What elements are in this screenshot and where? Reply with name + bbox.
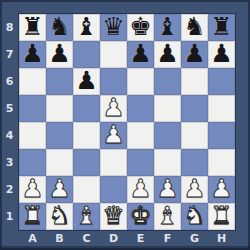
square-e3[interactable] bbox=[127, 149, 154, 176]
piece-black-knight: ♞ bbox=[183, 14, 205, 39]
file-label-g: G bbox=[181, 231, 208, 247]
square-a3[interactable] bbox=[19, 149, 46, 176]
square-h8[interactable]: ♜ bbox=[208, 14, 235, 41]
piece-black-pawn: ♟ bbox=[210, 41, 232, 66]
square-h1[interactable]: ♜ bbox=[208, 203, 235, 230]
square-a1[interactable]: ♜ bbox=[19, 203, 46, 230]
file-label-b: B bbox=[46, 231, 73, 247]
square-f7[interactable]: ♟ bbox=[154, 41, 181, 68]
piece-black-pawn: ♟ bbox=[129, 41, 151, 66]
square-a6[interactable] bbox=[19, 68, 46, 95]
square-e2[interactable]: ♟ bbox=[127, 176, 154, 203]
square-a7[interactable]: ♟ bbox=[19, 41, 46, 68]
square-g6[interactable] bbox=[181, 68, 208, 95]
piece-black-pawn: ♟ bbox=[183, 41, 205, 66]
square-f5[interactable] bbox=[154, 95, 181, 122]
square-c7[interactable] bbox=[73, 41, 100, 68]
piece-black-rook: ♜ bbox=[21, 14, 43, 39]
file-label-e: E bbox=[127, 231, 154, 247]
square-h4[interactable] bbox=[208, 122, 235, 149]
square-d6[interactable] bbox=[100, 68, 127, 95]
square-f4[interactable] bbox=[154, 122, 181, 149]
square-f2[interactable]: ♟ bbox=[154, 176, 181, 203]
square-f3[interactable] bbox=[154, 149, 181, 176]
square-f6[interactable] bbox=[154, 68, 181, 95]
square-g5[interactable] bbox=[181, 95, 208, 122]
square-h5[interactable] bbox=[208, 95, 235, 122]
file-label-d: D bbox=[100, 231, 127, 247]
square-b3[interactable] bbox=[46, 149, 73, 176]
square-d3[interactable] bbox=[100, 149, 127, 176]
square-b4[interactable] bbox=[46, 122, 73, 149]
chess-board: ♜♞♝♛♚♝♞♜♟♟♟♟♟♟♟♟♟♟♟♟♟♟♟♜♞♝♛♚♝♞♜ bbox=[19, 14, 235, 230]
square-a4[interactable] bbox=[19, 122, 46, 149]
square-a2[interactable]: ♟ bbox=[19, 176, 46, 203]
rank-label-8: 8 bbox=[0, 14, 19, 41]
piece-white-pawn: ♟ bbox=[210, 176, 232, 201]
piece-black-pawn: ♟ bbox=[75, 68, 97, 93]
piece-white-knight: ♞ bbox=[183, 203, 205, 228]
square-d7[interactable] bbox=[100, 41, 127, 68]
square-c4[interactable] bbox=[73, 122, 100, 149]
piece-white-rook: ♜ bbox=[21, 203, 43, 228]
square-b1[interactable]: ♞ bbox=[46, 203, 73, 230]
rank-label-3: 3 bbox=[0, 149, 19, 176]
piece-white-king: ♚ bbox=[129, 203, 151, 228]
square-b8[interactable]: ♞ bbox=[46, 14, 73, 41]
piece-white-bishop: ♝ bbox=[75, 203, 97, 228]
square-c8[interactable]: ♝ bbox=[73, 14, 100, 41]
square-d4[interactable]: ♟ bbox=[100, 122, 127, 149]
square-e1[interactable]: ♚ bbox=[127, 203, 154, 230]
piece-black-pawn: ♟ bbox=[156, 41, 178, 66]
square-b5[interactable] bbox=[46, 95, 73, 122]
square-e4[interactable] bbox=[127, 122, 154, 149]
piece-black-rook: ♜ bbox=[210, 14, 232, 39]
square-f1[interactable]: ♝ bbox=[154, 203, 181, 230]
piece-white-pawn: ♟ bbox=[129, 176, 151, 201]
square-c6[interactable]: ♟ bbox=[73, 68, 100, 95]
piece-white-rook: ♜ bbox=[210, 203, 232, 228]
square-h2[interactable]: ♟ bbox=[208, 176, 235, 203]
square-e7[interactable]: ♟ bbox=[127, 41, 154, 68]
square-c5[interactable] bbox=[73, 95, 100, 122]
rank-label-2: 2 bbox=[0, 176, 19, 203]
square-c1[interactable]: ♝ bbox=[73, 203, 100, 230]
square-h3[interactable] bbox=[208, 149, 235, 176]
piece-white-pawn: ♟ bbox=[156, 176, 178, 201]
file-label-f: F bbox=[154, 231, 181, 247]
square-a8[interactable]: ♜ bbox=[19, 14, 46, 41]
piece-white-bishop: ♝ bbox=[156, 203, 178, 228]
square-a5[interactable] bbox=[19, 95, 46, 122]
square-g1[interactable]: ♞ bbox=[181, 203, 208, 230]
rank-label-6: 6 bbox=[0, 68, 19, 95]
square-h6[interactable] bbox=[208, 68, 235, 95]
piece-white-queen: ♛ bbox=[102, 203, 124, 228]
square-d8[interactable]: ♛ bbox=[100, 14, 127, 41]
square-d5[interactable]: ♟ bbox=[100, 95, 127, 122]
square-g8[interactable]: ♞ bbox=[181, 14, 208, 41]
file-label-h: H bbox=[208, 231, 235, 247]
piece-black-bishop: ♝ bbox=[75, 14, 97, 39]
piece-white-pawn: ♟ bbox=[102, 95, 124, 120]
square-c3[interactable] bbox=[73, 149, 100, 176]
rank-label-5: 5 bbox=[0, 95, 19, 122]
piece-black-king: ♚ bbox=[129, 14, 151, 39]
piece-white-pawn: ♟ bbox=[48, 176, 70, 201]
rank-label-4: 4 bbox=[0, 122, 19, 149]
piece-black-bishop: ♝ bbox=[156, 14, 178, 39]
file-label-c: C bbox=[73, 231, 100, 247]
square-d1[interactable]: ♛ bbox=[100, 203, 127, 230]
square-g2[interactable]: ♟ bbox=[181, 176, 208, 203]
piece-black-pawn: ♟ bbox=[48, 41, 70, 66]
square-b7[interactable]: ♟ bbox=[46, 41, 73, 68]
piece-white-knight: ♞ bbox=[48, 203, 70, 228]
square-g3[interactable] bbox=[181, 149, 208, 176]
rank-label-7: 7 bbox=[0, 41, 19, 68]
file-label-a: A bbox=[19, 231, 46, 247]
square-c2[interactable] bbox=[73, 176, 100, 203]
piece-white-pawn: ♟ bbox=[21, 176, 43, 201]
piece-black-knight: ♞ bbox=[48, 14, 70, 39]
square-g7[interactable]: ♟ bbox=[181, 41, 208, 68]
piece-white-pawn: ♟ bbox=[102, 122, 124, 147]
square-g4[interactable] bbox=[181, 122, 208, 149]
piece-black-queen: ♛ bbox=[102, 14, 124, 39]
square-e8[interactable]: ♚ bbox=[127, 14, 154, 41]
square-h7[interactable]: ♟ bbox=[208, 41, 235, 68]
square-e5[interactable] bbox=[127, 95, 154, 122]
piece-black-pawn: ♟ bbox=[21, 41, 43, 66]
rank-label-1: 1 bbox=[0, 203, 19, 230]
chess-board-frame: ♜♞♝♛♚♝♞♜♟♟♟♟♟♟♟♟♟♟♟♟♟♟♟♜♞♝♛♚♝♞♜ 87654321… bbox=[0, 0, 250, 250]
square-e6[interactable] bbox=[127, 68, 154, 95]
square-b6[interactable] bbox=[46, 68, 73, 95]
square-f8[interactable]: ♝ bbox=[154, 14, 181, 41]
square-b2[interactable]: ♟ bbox=[46, 176, 73, 203]
piece-white-pawn: ♟ bbox=[183, 176, 205, 201]
square-d2[interactable] bbox=[100, 176, 127, 203]
